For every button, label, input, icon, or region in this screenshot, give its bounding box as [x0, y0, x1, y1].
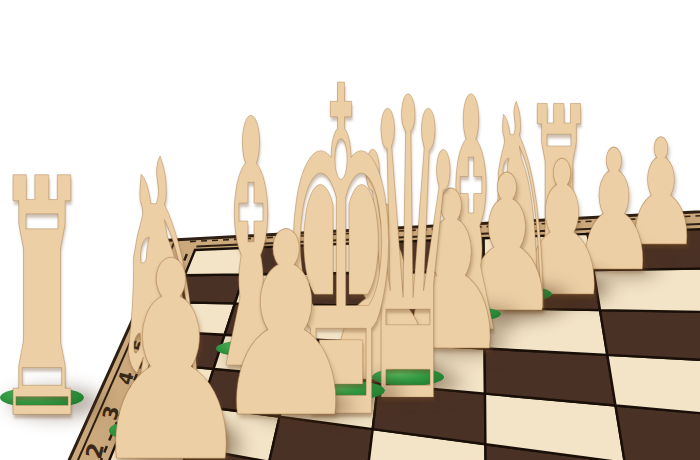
white-pawn-1[interactable]: ♟ — [11, 248, 331, 446]
chess-set-photo: 2345678 ♜♞♝♚♛♝♞♜♟♟♟♟♟♟♟♟ — [0, 0, 700, 460]
pawn-glyph: ♟ — [88, 226, 253, 460]
pieces-layer: ♜♞♝♚♛♝♞♜♟♟♟♟♟♟♟♟ — [0, 0, 700, 460]
